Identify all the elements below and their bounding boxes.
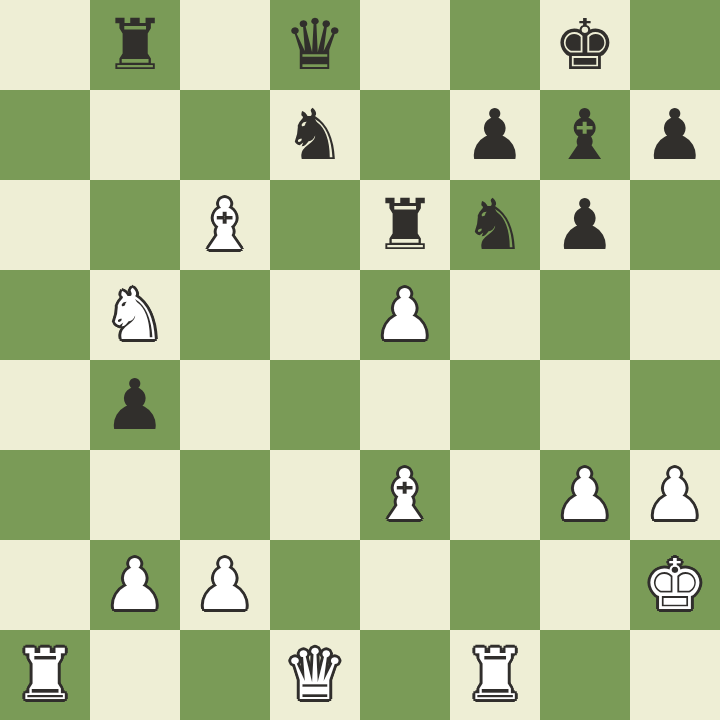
- white-pawn[interactable]: ♟︎: [644, 450, 707, 540]
- square-a1[interactable]: ♜︎: [0, 630, 90, 720]
- black-rook[interactable]: ♜︎: [104, 0, 167, 90]
- square-h3[interactable]: ♟︎: [630, 450, 720, 540]
- white-pawn[interactable]: ♟︎: [104, 540, 167, 630]
- white-bishop[interactable]: ♝︎: [194, 180, 257, 270]
- square-d5[interactable]: [270, 270, 360, 360]
- square-h6[interactable]: [630, 180, 720, 270]
- square-c2[interactable]: ♟︎: [180, 540, 270, 630]
- square-g5[interactable]: [540, 270, 630, 360]
- square-a5[interactable]: [0, 270, 90, 360]
- square-b2[interactable]: ♟︎: [90, 540, 180, 630]
- square-f7[interactable]: ♟︎: [450, 90, 540, 180]
- black-king[interactable]: ♚︎: [554, 0, 617, 90]
- square-d1[interactable]: ♛︎: [270, 630, 360, 720]
- white-rook[interactable]: ♜︎: [14, 630, 77, 720]
- white-bishop[interactable]: ♝︎: [374, 450, 437, 540]
- square-c7[interactable]: [180, 90, 270, 180]
- square-d8[interactable]: ♛︎: [270, 0, 360, 90]
- square-b7[interactable]: [90, 90, 180, 180]
- square-b8[interactable]: ♜︎: [90, 0, 180, 90]
- square-h4[interactable]: [630, 360, 720, 450]
- square-g4[interactable]: [540, 360, 630, 450]
- black-rook[interactable]: ♜︎: [374, 180, 437, 270]
- square-f1[interactable]: ♜︎: [450, 630, 540, 720]
- square-d6[interactable]: [270, 180, 360, 270]
- square-c6[interactable]: ♝︎: [180, 180, 270, 270]
- black-knight[interactable]: ♞︎: [284, 90, 347, 180]
- square-g1[interactable]: [540, 630, 630, 720]
- square-h2[interactable]: ♚︎: [630, 540, 720, 630]
- square-g8[interactable]: ♚︎: [540, 0, 630, 90]
- square-c5[interactable]: [180, 270, 270, 360]
- square-f6[interactable]: ♞︎: [450, 180, 540, 270]
- square-g6[interactable]: ♟︎: [540, 180, 630, 270]
- square-d4[interactable]: [270, 360, 360, 450]
- square-h5[interactable]: [630, 270, 720, 360]
- square-a4[interactable]: [0, 360, 90, 450]
- square-h1[interactable]: [630, 630, 720, 720]
- square-a6[interactable]: [0, 180, 90, 270]
- square-g2[interactable]: [540, 540, 630, 630]
- square-g3[interactable]: ♟︎: [540, 450, 630, 540]
- black-bishop[interactable]: ♝︎: [554, 90, 617, 180]
- square-c8[interactable]: [180, 0, 270, 90]
- square-e2[interactable]: [360, 540, 450, 630]
- white-pawn[interactable]: ♟︎: [194, 540, 257, 630]
- square-e6[interactable]: ♜︎: [360, 180, 450, 270]
- square-b6[interactable]: [90, 180, 180, 270]
- white-pawn[interactable]: ♟︎: [554, 450, 617, 540]
- square-a8[interactable]: [0, 0, 90, 90]
- square-a3[interactable]: [0, 450, 90, 540]
- square-e5[interactable]: ♟︎: [360, 270, 450, 360]
- square-d7[interactable]: ♞︎: [270, 90, 360, 180]
- square-a2[interactable]: [0, 540, 90, 630]
- square-h7[interactable]: ♟︎: [630, 90, 720, 180]
- black-pawn[interactable]: ♟︎: [464, 90, 527, 180]
- square-b1[interactable]: [90, 630, 180, 720]
- square-f2[interactable]: [450, 540, 540, 630]
- square-f3[interactable]: [450, 450, 540, 540]
- black-pawn[interactable]: ♟︎: [554, 180, 617, 270]
- white-king[interactable]: ♚︎: [644, 540, 707, 630]
- black-queen[interactable]: ♛︎: [284, 0, 347, 90]
- square-e1[interactable]: [360, 630, 450, 720]
- chess-board: ♜︎♛︎♚︎♞︎♟︎♝︎♟︎♝︎♜︎♞︎♟︎♞︎♟︎♟︎♝︎♟︎♟︎♟︎♟︎♚︎…: [0, 0, 720, 720]
- white-queen[interactable]: ♛︎: [284, 630, 347, 720]
- white-knight[interactable]: ♞︎: [104, 270, 167, 360]
- square-e3[interactable]: ♝︎: [360, 450, 450, 540]
- square-b3[interactable]: [90, 450, 180, 540]
- white-rook[interactable]: ♜︎: [464, 630, 527, 720]
- square-f5[interactable]: [450, 270, 540, 360]
- white-pawn[interactable]: ♟︎: [374, 270, 437, 360]
- black-pawn[interactable]: ♟︎: [644, 90, 707, 180]
- square-d2[interactable]: [270, 540, 360, 630]
- square-h8[interactable]: [630, 0, 720, 90]
- square-e4[interactable]: [360, 360, 450, 450]
- square-e8[interactable]: [360, 0, 450, 90]
- square-f8[interactable]: [450, 0, 540, 90]
- black-knight[interactable]: ♞︎: [464, 180, 527, 270]
- square-g7[interactable]: ♝︎: [540, 90, 630, 180]
- square-c4[interactable]: [180, 360, 270, 450]
- black-pawn[interactable]: ♟︎: [104, 360, 167, 450]
- square-c3[interactable]: [180, 450, 270, 540]
- square-a7[interactable]: [0, 90, 90, 180]
- square-d3[interactable]: [270, 450, 360, 540]
- square-b5[interactable]: ♞︎: [90, 270, 180, 360]
- square-e7[interactable]: [360, 90, 450, 180]
- square-c1[interactable]: [180, 630, 270, 720]
- square-b4[interactable]: ♟︎: [90, 360, 180, 450]
- square-f4[interactable]: [450, 360, 540, 450]
